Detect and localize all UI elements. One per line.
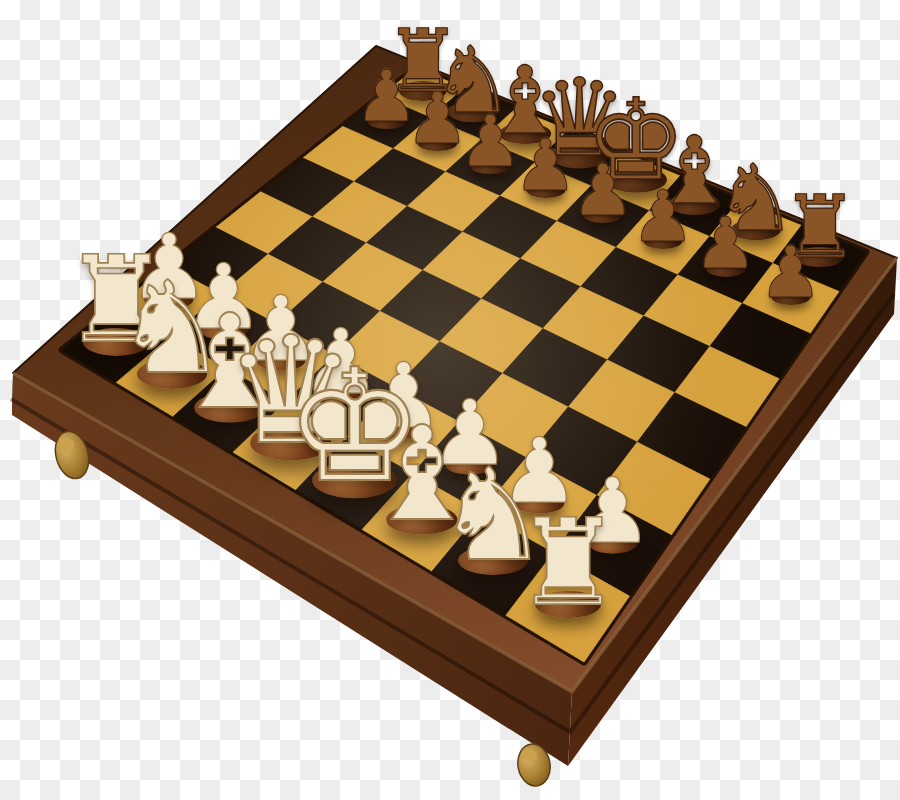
surface-sheen [62,68,866,662]
chess-board [0,0,900,800]
chess-photo-scene: ♜♞♟♝♟♛♟♚♟♝♟♞♟♜♟♟♟♟♜♟♞♟♝♟♛♟♚♟♝♟♞♜ [0,0,900,800]
